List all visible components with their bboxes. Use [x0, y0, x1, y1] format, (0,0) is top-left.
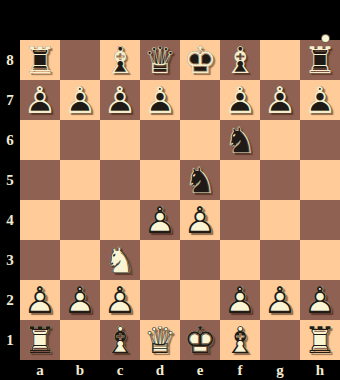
- square-d6[interactable]: [140, 120, 180, 160]
- square-g5[interactable]: [260, 160, 300, 200]
- square-e8[interactable]: ♚♔: [180, 40, 220, 80]
- black-knight-icon: ♞: [180, 160, 220, 200]
- square-c5[interactable]: [100, 160, 140, 200]
- white-bishop-outline-icon: ♗: [100, 320, 140, 360]
- rank-label-3: 3: [0, 240, 20, 280]
- black-pawn-icon: ♟: [140, 80, 180, 120]
- black-bishop-outline-icon: ♗: [100, 40, 140, 80]
- square-c1[interactable]: ♝♗: [100, 320, 140, 360]
- rank-label-8: 8: [0, 40, 20, 80]
- square-h2[interactable]: ♟♙: [300, 280, 340, 320]
- white-pawn-outline-icon: ♙: [100, 280, 140, 320]
- black-knight-outline-icon: ♘: [220, 120, 260, 160]
- file-label-c: c: [100, 360, 140, 380]
- black-pawn-icon: ♟: [20, 80, 60, 120]
- square-d3[interactable]: [140, 240, 180, 280]
- white-bishop-outline-icon: ♗: [220, 320, 260, 360]
- square-b1[interactable]: [60, 320, 100, 360]
- chess-board[interactable]: ♜♖♝♗♛♕♚♔♝♗♜♖♟♙♟♙♟♙♟♙♟♙♟♙♟♙♞♘♞♘♟♙♟♙♞♘♟♙♟♙…: [20, 40, 340, 360]
- white-pawn-icon: ♟: [100, 280, 140, 320]
- square-a5[interactable]: [20, 160, 60, 200]
- square-h7[interactable]: ♟♙: [300, 80, 340, 120]
- square-d8[interactable]: ♛♕: [140, 40, 180, 80]
- black-pawn-icon: ♟: [220, 80, 260, 120]
- white-pawn-icon: ♟: [220, 280, 260, 320]
- black-rook-outline-icon: ♖: [300, 40, 340, 80]
- square-h1[interactable]: ♜♖: [300, 320, 340, 360]
- square-c8[interactable]: ♝♗: [100, 40, 140, 80]
- white-queen-outline-icon: ♕: [140, 320, 180, 360]
- file-labels: abcdefgh: [20, 360, 340, 380]
- white-knight-icon: ♞: [100, 240, 140, 280]
- square-a1[interactable]: ♜♖: [20, 320, 60, 360]
- square-g6[interactable]: [260, 120, 300, 160]
- white-king-outline-icon: ♔: [180, 320, 220, 360]
- white-pawn-outline-icon: ♙: [20, 280, 60, 320]
- white-bishop-icon: ♝: [100, 320, 140, 360]
- square-g2[interactable]: ♟♙: [260, 280, 300, 320]
- square-f2[interactable]: ♟♙: [220, 280, 260, 320]
- square-b7[interactable]: ♟♙: [60, 80, 100, 120]
- square-b4[interactable]: [60, 200, 100, 240]
- square-g3[interactable]: [260, 240, 300, 280]
- white-pawn-icon: ♟: [180, 200, 220, 240]
- white-pawn-outline-icon: ♙: [300, 280, 340, 320]
- square-e6[interactable]: [180, 120, 220, 160]
- black-bishop-icon: ♝: [220, 40, 260, 80]
- square-e4[interactable]: ♟♙: [180, 200, 220, 240]
- square-g1[interactable]: [260, 320, 300, 360]
- white-rook-icon: ♜: [20, 320, 60, 360]
- square-g7[interactable]: ♟♙: [260, 80, 300, 120]
- square-e2[interactable]: [180, 280, 220, 320]
- black-pawn-icon: ♟: [300, 80, 340, 120]
- black-bishop-icon: ♝: [100, 40, 140, 80]
- black-queen-icon: ♛: [140, 40, 180, 80]
- square-b2[interactable]: ♟♙: [60, 280, 100, 320]
- black-rook-outline-icon: ♖: [20, 40, 60, 80]
- black-rook-icon: ♜: [300, 40, 340, 80]
- white-king-icon: ♚: [180, 320, 220, 360]
- file-label-g: g: [260, 360, 300, 380]
- square-b6[interactable]: [60, 120, 100, 160]
- black-pawn-outline-icon: ♙: [60, 80, 100, 120]
- rank-label-5: 5: [0, 160, 20, 200]
- black-pawn-icon: ♟: [100, 80, 140, 120]
- black-pawn-outline-icon: ♙: [260, 80, 300, 120]
- square-e5[interactable]: ♞♘: [180, 160, 220, 200]
- square-c6[interactable]: [100, 120, 140, 160]
- black-to-move-indicator-dot: [321, 34, 330, 43]
- black-pawn-outline-icon: ♙: [220, 80, 260, 120]
- file-label-f: f: [220, 360, 260, 380]
- square-g4[interactable]: [260, 200, 300, 240]
- white-pawn-icon: ♟: [260, 280, 300, 320]
- white-pawn-outline-icon: ♙: [260, 280, 300, 320]
- white-rook-outline-icon: ♖: [20, 320, 60, 360]
- white-bishop-icon: ♝: [220, 320, 260, 360]
- black-rook-icon: ♜: [20, 40, 60, 80]
- black-pawn-icon: ♟: [260, 80, 300, 120]
- file-label-b: b: [60, 360, 100, 380]
- square-h4[interactable]: [300, 200, 340, 240]
- square-e1[interactable]: ♚♔: [180, 320, 220, 360]
- square-a3[interactable]: [20, 240, 60, 280]
- square-f1[interactable]: ♝♗: [220, 320, 260, 360]
- black-pawn-outline-icon: ♙: [300, 80, 340, 120]
- rank-label-1: 1: [0, 320, 20, 360]
- black-pawn-icon: ♟: [60, 80, 100, 120]
- black-pawn-outline-icon: ♙: [20, 80, 60, 120]
- square-h8[interactable]: ♜♖: [300, 40, 340, 80]
- rank-label-2: 2: [0, 280, 20, 320]
- white-pawn-outline-icon: ♙: [180, 200, 220, 240]
- square-b3[interactable]: [60, 240, 100, 280]
- black-pawn-outline-icon: ♙: [100, 80, 140, 120]
- square-h6[interactable]: [300, 120, 340, 160]
- square-a4[interactable]: [20, 200, 60, 240]
- black-king-icon: ♚: [180, 40, 220, 80]
- square-b8[interactable]: [60, 40, 100, 80]
- chess-diagram: 87654321 ♜♖♝♗♛♕♚♔♝♗♜♖♟♙♟♙♟♙♟♙♟♙♟♙♟♙♞♘♞♘♟…: [0, 0, 340, 380]
- square-f8[interactable]: ♝♗: [220, 40, 260, 80]
- square-a8[interactable]: ♜♖: [20, 40, 60, 80]
- square-a2[interactable]: ♟♙: [20, 280, 60, 320]
- file-label-e: e: [180, 360, 220, 380]
- white-rook-outline-icon: ♖: [300, 320, 340, 360]
- square-c4[interactable]: [100, 200, 140, 240]
- square-d5[interactable]: [140, 160, 180, 200]
- square-h5[interactable]: [300, 160, 340, 200]
- black-queen-outline-icon: ♕: [140, 40, 180, 80]
- square-d7[interactable]: ♟♙: [140, 80, 180, 120]
- square-f4[interactable]: [220, 200, 260, 240]
- square-f3[interactable]: [220, 240, 260, 280]
- rank-label-6: 6: [0, 120, 20, 160]
- file-label-d: d: [140, 360, 180, 380]
- square-a6[interactable]: [20, 120, 60, 160]
- white-pawn-icon: ♟: [300, 280, 340, 320]
- square-b5[interactable]: [60, 160, 100, 200]
- white-pawn-icon: ♟: [60, 280, 100, 320]
- file-label-h: h: [300, 360, 340, 380]
- file-label-a: a: [20, 360, 60, 380]
- square-e7[interactable]: [180, 80, 220, 120]
- black-knight-outline-icon: ♘: [180, 160, 220, 200]
- black-bishop-outline-icon: ♗: [220, 40, 260, 80]
- square-h3[interactable]: [300, 240, 340, 280]
- white-rook-icon: ♜: [300, 320, 340, 360]
- square-d1[interactable]: ♛♕: [140, 320, 180, 360]
- rank-label-7: 7: [0, 80, 20, 120]
- square-f6[interactable]: ♞♘: [220, 120, 260, 160]
- rank-label-4: 4: [0, 200, 20, 240]
- square-a7[interactable]: ♟♙: [20, 80, 60, 120]
- white-pawn-outline-icon: ♙: [60, 280, 100, 320]
- white-queen-icon: ♛: [140, 320, 180, 360]
- black-pawn-outline-icon: ♙: [140, 80, 180, 120]
- square-d4[interactable]: ♟♙: [140, 200, 180, 240]
- white-pawn-icon: ♟: [140, 200, 180, 240]
- white-pawn-outline-icon: ♙: [220, 280, 260, 320]
- square-c3[interactable]: ♞♘: [100, 240, 140, 280]
- square-g8[interactable]: [260, 40, 300, 80]
- square-f7[interactable]: ♟♙: [220, 80, 260, 120]
- rank-labels: 87654321: [0, 40, 20, 360]
- black-knight-icon: ♞: [220, 120, 260, 160]
- black-king-outline-icon: ♔: [180, 40, 220, 80]
- square-c2[interactable]: ♟♙: [100, 280, 140, 320]
- square-e3[interactable]: [180, 240, 220, 280]
- square-f5[interactable]: [220, 160, 260, 200]
- white-pawn-icon: ♟: [20, 280, 60, 320]
- white-pawn-outline-icon: ♙: [140, 200, 180, 240]
- white-knight-outline-icon: ♘: [100, 240, 140, 280]
- square-d2[interactable]: [140, 280, 180, 320]
- square-c7[interactable]: ♟♙: [100, 80, 140, 120]
